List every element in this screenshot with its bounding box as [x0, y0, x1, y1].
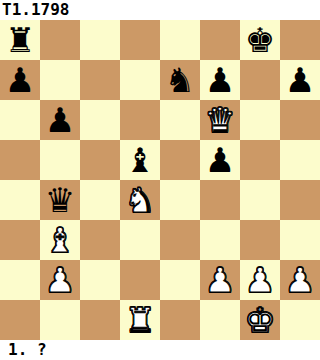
- square-f5[interactable]: ♟: [200, 140, 240, 180]
- square-e6[interactable]: [160, 100, 200, 140]
- piece-white-pawn: ♟: [245, 260, 275, 300]
- square-a4[interactable]: [0, 180, 40, 220]
- square-c2[interactable]: [80, 260, 120, 300]
- square-d1[interactable]: ♜: [120, 300, 160, 340]
- square-b4[interactable]: ♛: [40, 180, 80, 220]
- square-a7[interactable]: ♟: [0, 60, 40, 100]
- square-b3[interactable]: ♝: [40, 220, 80, 260]
- square-b1[interactable]: [40, 300, 80, 340]
- square-h1[interactable]: [280, 300, 320, 340]
- square-g1[interactable]: ♚: [240, 300, 280, 340]
- square-h3[interactable]: [280, 220, 320, 260]
- piece-white-king: ♚: [245, 300, 275, 340]
- square-h2[interactable]: ♟: [280, 260, 320, 300]
- square-c4[interactable]: [80, 180, 120, 220]
- square-c6[interactable]: [80, 100, 120, 140]
- square-f4[interactable]: [200, 180, 240, 220]
- piece-black-king: ♚: [245, 20, 275, 60]
- piece-black-queen: ♛: [45, 180, 75, 220]
- square-b6[interactable]: ♟: [40, 100, 80, 140]
- square-a1[interactable]: [0, 300, 40, 340]
- square-a2[interactable]: [0, 260, 40, 300]
- piece-black-bishop: ♝: [125, 140, 155, 180]
- square-f1[interactable]: [200, 300, 240, 340]
- square-h6[interactable]: [280, 100, 320, 140]
- piece-white-pawn: ♟: [285, 260, 315, 300]
- square-g8[interactable]: ♚: [240, 20, 280, 60]
- piece-black-pawn: ♟: [285, 60, 315, 100]
- square-e5[interactable]: [160, 140, 200, 180]
- square-d4[interactable]: ♞: [120, 180, 160, 220]
- square-f6[interactable]: ♛: [200, 100, 240, 140]
- piece-white-knight: ♞: [125, 180, 155, 220]
- square-d5[interactable]: ♝: [120, 140, 160, 180]
- square-f7[interactable]: ♟: [200, 60, 240, 100]
- square-b8[interactable]: [40, 20, 80, 60]
- square-b2[interactable]: ♟: [40, 260, 80, 300]
- square-h8[interactable]: [280, 20, 320, 60]
- piece-black-pawn: ♟: [45, 100, 75, 140]
- square-g3[interactable]: [240, 220, 280, 260]
- square-e7[interactable]: ♞: [160, 60, 200, 100]
- square-g6[interactable]: [240, 100, 280, 140]
- piece-black-rook: ♜: [5, 20, 35, 60]
- square-e1[interactable]: [160, 300, 200, 340]
- square-d8[interactable]: [120, 20, 160, 60]
- square-f3[interactable]: [200, 220, 240, 260]
- square-e3[interactable]: [160, 220, 200, 260]
- square-f8[interactable]: [200, 20, 240, 60]
- square-g2[interactable]: ♟: [240, 260, 280, 300]
- piece-white-pawn: ♟: [45, 260, 75, 300]
- square-h4[interactable]: [280, 180, 320, 220]
- square-c3[interactable]: [80, 220, 120, 260]
- square-h5[interactable]: [280, 140, 320, 180]
- square-a8[interactable]: ♜: [0, 20, 40, 60]
- piece-black-pawn: ♟: [205, 60, 235, 100]
- square-g5[interactable]: [240, 140, 280, 180]
- square-c1[interactable]: [80, 300, 120, 340]
- square-a3[interactable]: [0, 220, 40, 260]
- square-a5[interactable]: [0, 140, 40, 180]
- square-c5[interactable]: [80, 140, 120, 180]
- square-e4[interactable]: [160, 180, 200, 220]
- piece-white-pawn: ♟: [205, 260, 235, 300]
- piece-black-knight: ♞: [165, 60, 195, 100]
- square-d6[interactable]: [120, 100, 160, 140]
- square-f2[interactable]: ♟: [200, 260, 240, 300]
- square-a6[interactable]: [0, 100, 40, 140]
- piece-black-pawn: ♟: [205, 140, 235, 180]
- square-e2[interactable]: [160, 260, 200, 300]
- chess-board: ♜♚♟♞♟♟♟♛♝♟♛♞♝♟♟♟♟♜♚: [0, 20, 320, 340]
- square-b5[interactable]: [40, 140, 80, 180]
- square-b7[interactable]: [40, 60, 80, 100]
- piece-white-bishop: ♝: [45, 220, 75, 260]
- piece-white-queen: ♛: [205, 100, 235, 140]
- square-g4[interactable]: [240, 180, 280, 220]
- puzzle-id: T1.1798: [0, 0, 320, 20]
- move-prompt: 1. ?: [0, 340, 320, 360]
- square-d7[interactable]: [120, 60, 160, 100]
- square-c8[interactable]: [80, 20, 120, 60]
- square-h7[interactable]: ♟: [280, 60, 320, 100]
- square-g7[interactable]: [240, 60, 280, 100]
- square-c7[interactable]: [80, 60, 120, 100]
- piece-white-rook: ♜: [125, 300, 155, 340]
- square-d2[interactable]: [120, 260, 160, 300]
- piece-black-pawn: ♟: [5, 60, 35, 100]
- square-d3[interactable]: [120, 220, 160, 260]
- square-e8[interactable]: [160, 20, 200, 60]
